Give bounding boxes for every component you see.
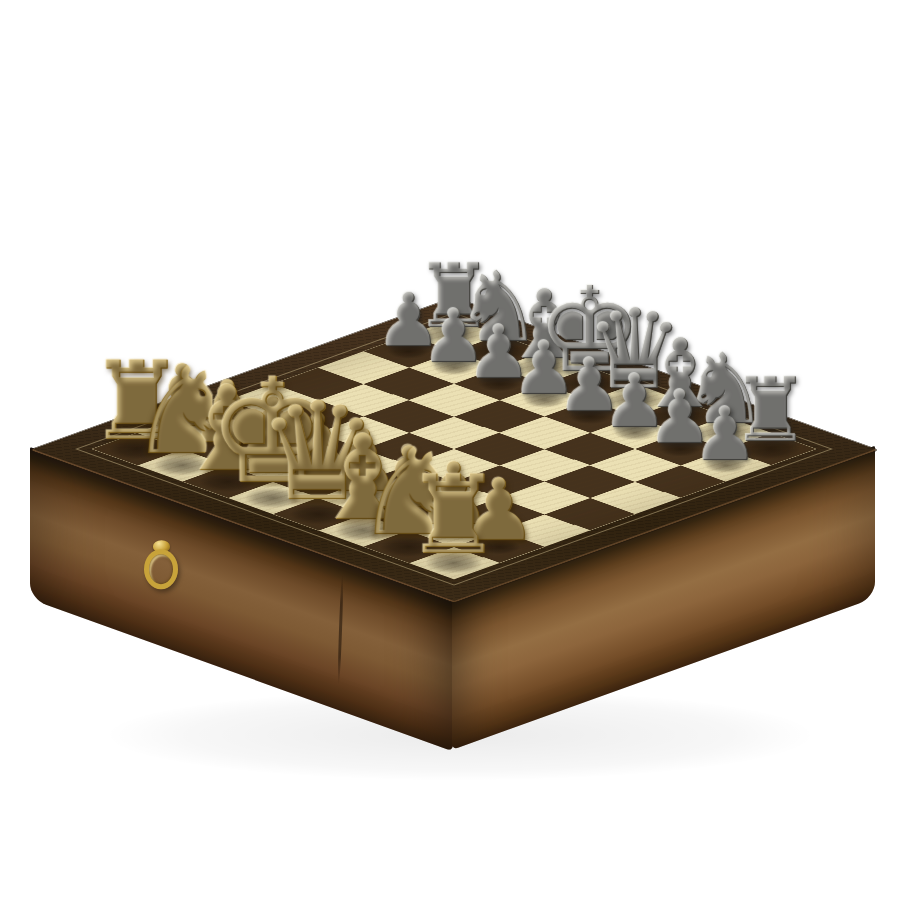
drawer-seam	[337, 574, 344, 686]
black-pawn-icon: ♟	[692, 397, 758, 471]
square-h1: ♜	[409, 547, 500, 580]
white-rook-icon: ♜	[405, 461, 502, 569]
product-photo-stage: ♜♞♝♚♛♝♞♜♟♟♟♟♟♟♟♟♟♟♟♟♟♟♟♟♜♞♝♚♛♝♞♜	[0, 0, 900, 900]
drawer-ring-pull	[144, 540, 178, 592]
chess-set-scene: ♜♞♝♚♛♝♞♜♟♟♟♟♟♟♟♟♟♟♟♟♟♟♟♟♜♞♝♚♛♝♞♜	[0, 0, 900, 900]
ring-pull-ring-icon	[144, 549, 178, 589]
